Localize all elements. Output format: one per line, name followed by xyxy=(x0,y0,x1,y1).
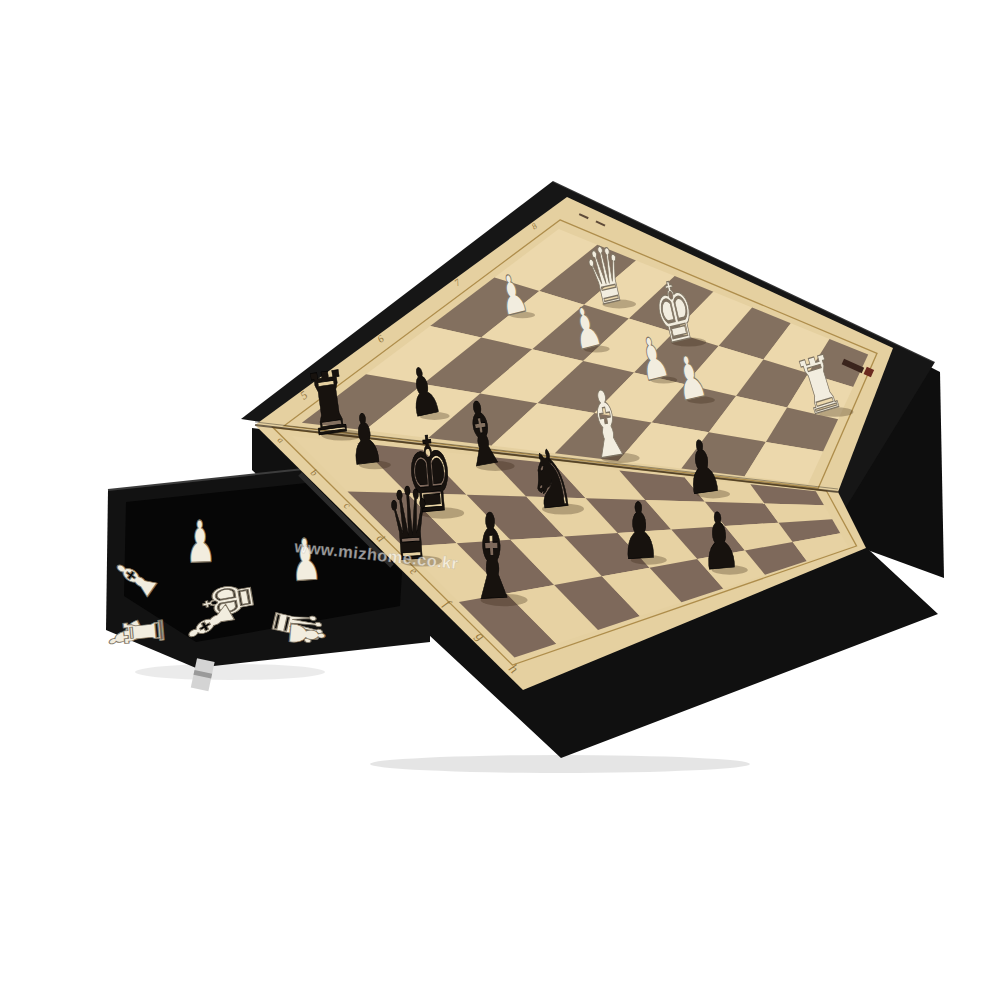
white-pawn-standing: ♟ xyxy=(184,508,217,576)
chess-set-scene: 8765abcdefgh♛♟♚♟♟♟♜♟♜♝♟♝♟♞♚♟♛♟♟♟♝♚♝♝♛♟♜♟… xyxy=(0,0,1000,1000)
black-bishop: ♝ xyxy=(463,488,520,627)
white-pawn-lying: ♟ xyxy=(278,619,335,651)
white-pawn-standing: ♟ xyxy=(288,525,323,594)
chess-set-product-photo: 8765abcdefgh♛♟♚♟♟♟♜♟♜♝♟♝♟♞♚♟♛♟♟♟♝♚♝♝♛♟♜♟… xyxy=(0,0,1000,1000)
black-knight: ♞ xyxy=(524,431,578,529)
white-rook-lying: ♜ xyxy=(111,613,177,651)
black-pawn: ♟ xyxy=(618,485,661,577)
black-pawn: ♟ xyxy=(697,495,743,588)
